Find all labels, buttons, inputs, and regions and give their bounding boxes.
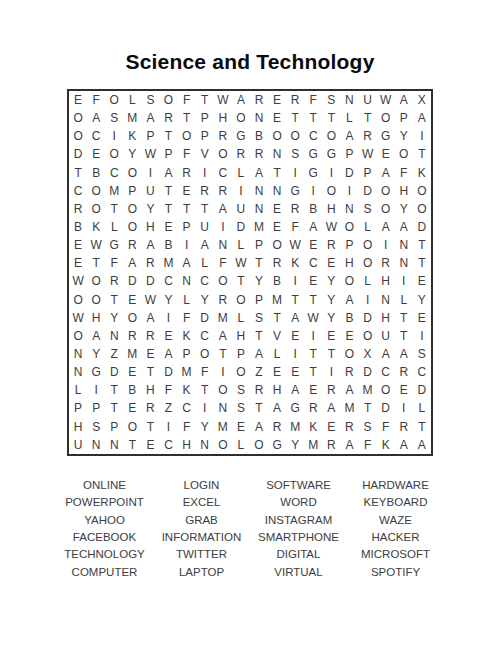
grid-cell[interactable]: W xyxy=(87,236,105,254)
grid-cell[interactable]: E xyxy=(304,236,322,254)
grid-cell[interactable]: K xyxy=(123,127,141,145)
grid-cell[interactable]: W xyxy=(304,309,322,327)
grid-cell[interactable]: T xyxy=(250,399,268,417)
grid-cell[interactable]: T xyxy=(141,418,159,436)
grid-cell[interactable]: W xyxy=(69,272,87,290)
grid-cell[interactable]: I xyxy=(214,363,232,381)
grid-cell[interactable]: L xyxy=(232,164,250,182)
grid-cell[interactable]: G xyxy=(232,127,250,145)
grid-cell[interactable]: C xyxy=(159,272,177,290)
grid-cell[interactable]: O xyxy=(123,418,141,436)
grid-cell[interactable]: T xyxy=(105,381,123,399)
grid-cell[interactable]: R xyxy=(268,418,286,436)
grid-cell[interactable]: W xyxy=(286,236,304,254)
grid-cell[interactable]: D xyxy=(359,182,377,200)
grid-cell[interactable]: N xyxy=(214,399,232,417)
grid-cell[interactable]: C xyxy=(304,127,322,145)
grid-cell[interactable]: A xyxy=(413,436,431,454)
grid-cell[interactable]: A xyxy=(123,254,141,272)
grid-cell[interactable]: S xyxy=(87,418,105,436)
grid-cell[interactable]: F xyxy=(105,254,123,272)
grid-cell[interactable]: B xyxy=(250,127,268,145)
grid-cell[interactable]: E xyxy=(322,418,340,436)
grid-cell[interactable]: S xyxy=(286,145,304,163)
grid-cell[interactable]: R xyxy=(123,236,141,254)
grid-cell[interactable]: O xyxy=(250,436,268,454)
grid-cell[interactable]: E xyxy=(268,91,286,109)
grid-cell[interactable]: O xyxy=(105,145,123,163)
grid-cell[interactable]: S xyxy=(250,309,268,327)
grid-cell[interactable]: O xyxy=(340,218,358,236)
grid-cell[interactable]: K xyxy=(87,218,105,236)
grid-cell[interactable]: C xyxy=(87,127,105,145)
grid-cell[interactable]: L xyxy=(196,254,214,272)
grid-cell[interactable]: A xyxy=(232,91,250,109)
grid-cell[interactable]: W xyxy=(377,91,395,109)
grid-cell[interactable]: U xyxy=(196,218,214,236)
grid-cell[interactable]: E xyxy=(304,381,322,399)
grid-cell[interactable]: Z xyxy=(159,399,177,417)
grid-cell[interactable]: E xyxy=(377,145,395,163)
grid-cell[interactable]: O xyxy=(413,182,431,200)
grid-cell[interactable]: K xyxy=(178,381,196,399)
grid-cell[interactable]: P xyxy=(69,399,87,417)
grid-cell[interactable]: S xyxy=(141,91,159,109)
grid-cell[interactable]: F xyxy=(359,436,377,454)
grid-cell[interactable]: G xyxy=(322,145,340,163)
grid-cell[interactable]: P xyxy=(359,164,377,182)
grid-cell[interactable]: A xyxy=(395,218,413,236)
grid-cell[interactable]: D xyxy=(413,381,431,399)
grid-cell[interactable]: D xyxy=(359,363,377,381)
grid-cell[interactable]: A xyxy=(286,381,304,399)
grid-cell[interactable]: E xyxy=(286,363,304,381)
grid-cell[interactable]: M xyxy=(178,363,196,381)
grid-cell[interactable]: C xyxy=(105,164,123,182)
grid-cell[interactable]: E xyxy=(232,418,250,436)
grid-cell[interactable]: I xyxy=(141,164,159,182)
grid-cell[interactable]: N xyxy=(178,272,196,290)
grid-cell[interactable]: G xyxy=(87,363,105,381)
grid-cell[interactable]: A xyxy=(322,399,340,417)
grid-cell[interactable]: P xyxy=(232,345,250,363)
grid-cell[interactable]: E xyxy=(413,272,431,290)
grid-cell[interactable]: R xyxy=(286,91,304,109)
grid-cell[interactable]: E xyxy=(159,218,177,236)
grid-cell[interactable]: N xyxy=(377,291,395,309)
grid-cell[interactable]: N xyxy=(250,182,268,200)
grid-cell[interactable]: C xyxy=(69,182,87,200)
grid-cell[interactable]: P xyxy=(395,109,413,127)
grid-cell[interactable]: R xyxy=(159,109,177,127)
grid-cell[interactable]: O xyxy=(395,145,413,163)
grid-cell[interactable]: R xyxy=(359,127,377,145)
grid-cell[interactable]: O xyxy=(69,291,87,309)
grid-cell[interactable]: N xyxy=(214,236,232,254)
grid-cell[interactable]: A xyxy=(159,345,177,363)
grid-cell[interactable]: Y xyxy=(196,418,214,436)
grid-cell[interactable]: D xyxy=(413,218,431,236)
grid-cell[interactable]: O xyxy=(232,363,250,381)
grid-cell[interactable]: L xyxy=(232,436,250,454)
grid-cell[interactable]: A xyxy=(178,254,196,272)
grid-cell[interactable]: T xyxy=(159,200,177,218)
grid-cell[interactable]: F xyxy=(178,418,196,436)
grid-cell[interactable]: O xyxy=(359,254,377,272)
grid-cell[interactable]: P xyxy=(196,109,214,127)
grid-cell[interactable]: C xyxy=(214,164,232,182)
grid-cell[interactable]: O xyxy=(196,345,214,363)
grid-cell[interactable]: Y xyxy=(123,145,141,163)
grid-cell[interactable]: A xyxy=(87,109,105,127)
grid-cell[interactable]: O xyxy=(123,164,141,182)
grid-cell[interactable]: H xyxy=(87,309,105,327)
grid-cell[interactable]: E xyxy=(395,381,413,399)
grid-cell[interactable]: O xyxy=(159,91,177,109)
grid-cell[interactable]: T xyxy=(304,345,322,363)
grid-cell[interactable]: L xyxy=(359,218,377,236)
grid-cell[interactable]: E xyxy=(340,327,358,345)
grid-cell[interactable]: F xyxy=(395,164,413,182)
grid-cell[interactable]: M xyxy=(159,254,177,272)
grid-cell[interactable]: S xyxy=(359,418,377,436)
grid-cell[interactable]: R xyxy=(141,399,159,417)
grid-cell[interactable]: M xyxy=(304,436,322,454)
grid-cell[interactable]: T xyxy=(359,109,377,127)
grid-cell[interactable]: N xyxy=(395,254,413,272)
grid-cell[interactable]: I xyxy=(413,127,431,145)
grid-cell[interactable]: K xyxy=(377,436,395,454)
grid-cell[interactable]: A xyxy=(377,164,395,182)
grid-cell[interactable]: E xyxy=(268,363,286,381)
grid-cell[interactable]: Y xyxy=(159,291,177,309)
grid-cell[interactable]: S xyxy=(359,200,377,218)
grid-cell[interactable]: E xyxy=(123,363,141,381)
grid-cell[interactable]: T xyxy=(413,236,431,254)
grid-cell[interactable]: W xyxy=(214,91,232,109)
grid-cell[interactable]: T xyxy=(359,399,377,417)
grid-cell[interactable]: O xyxy=(87,200,105,218)
grid-cell[interactable]: C xyxy=(413,363,431,381)
grid-cell[interactable]: R xyxy=(123,327,141,345)
grid-cell[interactable]: O xyxy=(87,272,105,290)
grid-cell[interactable]: F xyxy=(178,145,196,163)
grid-cell[interactable]: N xyxy=(340,91,358,109)
grid-cell[interactable]: F xyxy=(178,309,196,327)
grid-cell[interactable]: E xyxy=(141,436,159,454)
grid-cell[interactable]: R xyxy=(340,363,358,381)
grid-cell[interactable]: S xyxy=(413,345,431,363)
grid-cell[interactable]: L xyxy=(69,381,87,399)
grid-cell[interactable]: A xyxy=(250,345,268,363)
grid-cell[interactable]: Y xyxy=(196,291,214,309)
grid-cell[interactable]: Z xyxy=(250,363,268,381)
grid-cell[interactable]: H xyxy=(69,418,87,436)
grid-cell[interactable]: O xyxy=(268,127,286,145)
grid-cell[interactable]: M xyxy=(250,218,268,236)
grid-cell[interactable]: E xyxy=(322,254,340,272)
grid-cell[interactable]: K xyxy=(286,254,304,272)
grid-cell[interactable]: O xyxy=(322,182,340,200)
grid-cell[interactable]: E xyxy=(268,218,286,236)
grid-cell[interactable]: F xyxy=(286,218,304,236)
grid-cell[interactable]: G xyxy=(304,145,322,163)
grid-cell[interactable]: Y xyxy=(395,200,413,218)
grid-cell[interactable]: T xyxy=(250,254,268,272)
grid-cell[interactable]: A xyxy=(377,218,395,236)
grid-cell[interactable]: B xyxy=(159,236,177,254)
grid-cell[interactable]: K xyxy=(304,418,322,436)
grid-cell[interactable]: T xyxy=(250,327,268,345)
grid-cell[interactable]: R xyxy=(141,327,159,345)
grid-cell[interactable]: P xyxy=(87,399,105,417)
grid-cell[interactable]: I xyxy=(322,363,340,381)
grid-cell[interactable]: W xyxy=(232,254,250,272)
grid-cell[interactable]: I xyxy=(304,182,322,200)
grid-cell[interactable]: T xyxy=(413,145,431,163)
grid-cell[interactable]: I xyxy=(196,164,214,182)
grid-cell[interactable]: H xyxy=(178,436,196,454)
grid-cell[interactable]: I xyxy=(286,164,304,182)
grid-cell[interactable]: O xyxy=(232,109,250,127)
grid-cell[interactable]: T xyxy=(123,436,141,454)
grid-cell[interactable]: Y xyxy=(322,291,340,309)
grid-cell[interactable]: O xyxy=(286,127,304,145)
grid-cell[interactable]: U xyxy=(232,200,250,218)
grid-cell[interactable]: E xyxy=(413,309,431,327)
grid-cell[interactable]: T xyxy=(304,291,322,309)
grid-cell[interactable]: O xyxy=(214,145,232,163)
grid-cell[interactable]: I xyxy=(286,345,304,363)
grid-cell[interactable]: E xyxy=(304,272,322,290)
grid-cell[interactable]: R xyxy=(322,236,340,254)
grid-cell[interactable]: O xyxy=(322,127,340,145)
grid-cell[interactable]: R xyxy=(141,254,159,272)
grid-cell[interactable]: O xyxy=(377,182,395,200)
grid-cell[interactable]: T xyxy=(413,254,431,272)
grid-cell[interactable]: S xyxy=(232,381,250,399)
grid-cell[interactable]: R xyxy=(268,254,286,272)
grid-cell[interactable]: N xyxy=(105,327,123,345)
grid-cell[interactable]: D xyxy=(359,309,377,327)
grid-cell[interactable]: O xyxy=(340,272,358,290)
grid-cell[interactable]: S xyxy=(322,91,340,109)
grid-cell[interactable]: A xyxy=(304,218,322,236)
grid-cell[interactable]: Y xyxy=(322,309,340,327)
grid-cell[interactable]: O xyxy=(377,381,395,399)
grid-cell[interactable]: B xyxy=(123,381,141,399)
grid-cell[interactable]: M xyxy=(286,418,304,436)
grid-cell[interactable]: L xyxy=(123,91,141,109)
grid-cell[interactable]: Y xyxy=(105,309,123,327)
grid-cell[interactable]: W xyxy=(141,145,159,163)
grid-cell[interactable]: A xyxy=(141,309,159,327)
grid-cell[interactable]: A xyxy=(87,327,105,345)
grid-cell[interactable]: I xyxy=(395,399,413,417)
grid-cell[interactable]: G xyxy=(268,436,286,454)
grid-cell[interactable]: A xyxy=(395,91,413,109)
grid-cell[interactable]: Y xyxy=(395,127,413,145)
grid-cell[interactable]: R xyxy=(377,254,395,272)
grid-cell[interactable]: D xyxy=(69,145,87,163)
grid-cell[interactable]: P xyxy=(250,236,268,254)
grid-cell[interactable]: I xyxy=(105,127,123,145)
grid-cell[interactable]: N xyxy=(196,436,214,454)
grid-cell[interactable]: O xyxy=(214,436,232,454)
grid-cell[interactable]: B xyxy=(87,164,105,182)
grid-cell[interactable]: A xyxy=(413,109,431,127)
grid-cell[interactable]: I xyxy=(159,418,177,436)
grid-cell[interactable]: N xyxy=(395,236,413,254)
grid-cell[interactable]: T xyxy=(69,164,87,182)
grid-cell[interactable]: E xyxy=(178,182,196,200)
grid-cell[interactable]: I xyxy=(196,399,214,417)
grid-cell[interactable]: E xyxy=(268,200,286,218)
grid-cell[interactable]: E xyxy=(268,109,286,127)
grid-cell[interactable]: O xyxy=(69,109,87,127)
grid-cell[interactable]: T xyxy=(395,327,413,345)
grid-cell[interactable]: A xyxy=(395,345,413,363)
grid-cell[interactable]: G xyxy=(304,164,322,182)
grid-cell[interactable]: O xyxy=(69,127,87,145)
grid-cell[interactable]: N xyxy=(69,363,87,381)
grid-cell[interactable]: T xyxy=(322,345,340,363)
grid-cell[interactable]: P xyxy=(250,291,268,309)
grid-cell[interactable]: T xyxy=(178,200,196,218)
grid-cell[interactable]: G xyxy=(105,236,123,254)
grid-cell[interactable]: R xyxy=(214,291,232,309)
grid-cell[interactable]: T xyxy=(87,254,105,272)
grid-cell[interactable]: N xyxy=(250,109,268,127)
grid-cell[interactable]: I xyxy=(286,272,304,290)
grid-cell[interactable]: N xyxy=(340,200,358,218)
grid-cell[interactable]: R xyxy=(178,164,196,182)
grid-cell[interactable]: A xyxy=(377,345,395,363)
grid-cell[interactable]: U xyxy=(141,182,159,200)
grid-cell[interactable]: C xyxy=(196,272,214,290)
grid-cell[interactable]: P xyxy=(178,345,196,363)
grid-cell[interactable]: M xyxy=(214,418,232,436)
grid-cell[interactable]: D xyxy=(123,272,141,290)
grid-cell[interactable]: G xyxy=(286,399,304,417)
grid-cell[interactable]: V xyxy=(268,327,286,345)
grid-cell[interactable]: R xyxy=(105,272,123,290)
grid-cell[interactable]: M xyxy=(123,109,141,127)
grid-cell[interactable]: A xyxy=(214,200,232,218)
grid-cell[interactable]: I xyxy=(178,236,196,254)
grid-cell[interactable]: U xyxy=(377,327,395,345)
grid-cell[interactable]: N xyxy=(69,345,87,363)
grid-cell[interactable]: A xyxy=(159,164,177,182)
grid-cell[interactable]: W xyxy=(69,309,87,327)
grid-cell[interactable]: A xyxy=(340,436,358,454)
grid-cell[interactable]: E xyxy=(141,345,159,363)
grid-cell[interactable]: O xyxy=(123,218,141,236)
grid-cell[interactable]: H xyxy=(141,218,159,236)
grid-cell[interactable]: Y xyxy=(250,272,268,290)
grid-cell[interactable]: H xyxy=(322,200,340,218)
grid-cell[interactable]: E xyxy=(69,236,87,254)
grid-cell[interactable]: R xyxy=(340,418,358,436)
grid-cell[interactable]: E xyxy=(123,399,141,417)
grid-cell[interactable]: I xyxy=(413,327,431,345)
grid-cell[interactable]: L xyxy=(268,345,286,363)
grid-cell[interactable]: T xyxy=(159,127,177,145)
grid-cell[interactable]: O xyxy=(340,345,358,363)
grid-cell[interactable]: I xyxy=(322,164,340,182)
grid-cell[interactable]: C xyxy=(196,327,214,345)
grid-cell[interactable]: P xyxy=(340,236,358,254)
grid-cell[interactable]: P xyxy=(159,145,177,163)
grid-cell[interactable]: B xyxy=(268,272,286,290)
grid-cell[interactable]: D xyxy=(377,399,395,417)
grid-cell[interactable]: C xyxy=(159,436,177,454)
grid-cell[interactable]: L xyxy=(395,291,413,309)
grid-cell[interactable]: R xyxy=(196,182,214,200)
grid-cell[interactable]: O xyxy=(413,200,431,218)
grid-cell[interactable]: A xyxy=(250,164,268,182)
grid-cell[interactable]: L xyxy=(178,291,196,309)
grid-cell[interactable]: Y xyxy=(87,345,105,363)
grid-cell[interactable]: S xyxy=(232,399,250,417)
grid-cell[interactable]: Y xyxy=(413,291,431,309)
grid-cell[interactable]: Z xyxy=(105,345,123,363)
grid-cell[interactable]: F xyxy=(159,381,177,399)
grid-cell[interactable]: B xyxy=(304,200,322,218)
grid-cell[interactable]: G xyxy=(286,182,304,200)
grid-cell[interactable]: T xyxy=(196,381,214,399)
grid-cell[interactable]: T xyxy=(196,200,214,218)
grid-cell[interactable]: R xyxy=(395,418,413,436)
grid-cell[interactable]: K xyxy=(178,327,196,345)
grid-cell[interactable]: D xyxy=(105,363,123,381)
grid-cell[interactable]: U xyxy=(69,436,87,454)
grid-cell[interactable]: R xyxy=(214,182,232,200)
grid-cell[interactable]: B xyxy=(69,218,87,236)
grid-cell[interactable]: P xyxy=(340,145,358,163)
grid-cell[interactable]: A xyxy=(141,236,159,254)
grid-cell[interactable]: K xyxy=(413,164,431,182)
grid-cell[interactable]: R xyxy=(304,399,322,417)
grid-cell[interactable]: B xyxy=(340,309,358,327)
grid-cell[interactable]: L xyxy=(105,218,123,236)
grid-cell[interactable]: R xyxy=(250,145,268,163)
grid-cell[interactable]: E xyxy=(286,327,304,345)
grid-cell[interactable]: C xyxy=(304,254,322,272)
grid-cell[interactable]: I xyxy=(232,182,250,200)
grid-cell[interactable]: R xyxy=(395,363,413,381)
grid-cell[interactable]: T xyxy=(286,109,304,127)
grid-cell[interactable]: T xyxy=(105,399,123,417)
grid-cell[interactable]: Y xyxy=(141,200,159,218)
grid-cell[interactable]: N xyxy=(268,182,286,200)
grid-cell[interactable]: T xyxy=(196,91,214,109)
grid-cell[interactable]: A xyxy=(340,381,358,399)
grid-cell[interactable]: R xyxy=(250,381,268,399)
grid-cell[interactable]: F xyxy=(178,91,196,109)
grid-cell[interactable]: H xyxy=(232,327,250,345)
grid-cell[interactable]: U xyxy=(359,91,377,109)
grid-cell[interactable]: H xyxy=(268,381,286,399)
grid-cell[interactable]: D xyxy=(196,309,214,327)
grid-cell[interactable]: I xyxy=(359,291,377,309)
grid-cell[interactable]: I xyxy=(159,309,177,327)
grid-cell[interactable]: F xyxy=(214,254,232,272)
grid-cell[interactable]: P xyxy=(196,127,214,145)
grid-cell[interactable]: R xyxy=(214,127,232,145)
grid-cell[interactable]: W xyxy=(141,291,159,309)
grid-cell[interactable]: M xyxy=(268,291,286,309)
